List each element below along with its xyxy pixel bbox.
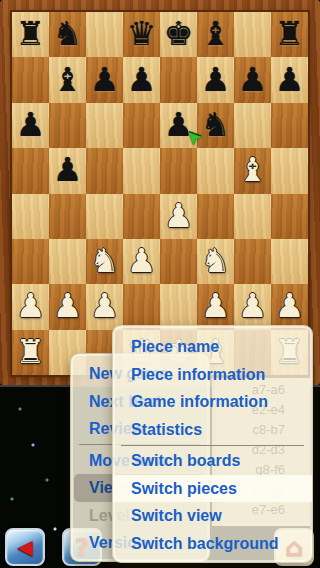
black-pawn: ♟ (127, 63, 157, 96)
square-c5[interactable] (86, 148, 123, 193)
square-d4[interactable] (123, 194, 160, 239)
square-c2[interactable]: ♟ (86, 284, 123, 329)
back-button[interactable]: ◀ (5, 528, 45, 566)
square-g5[interactable]: ♝ (234, 148, 271, 193)
square-h6[interactable] (271, 103, 308, 148)
square-a7[interactable] (12, 57, 49, 102)
square-a5[interactable] (12, 148, 49, 193)
menu-item-statistics[interactable]: Statistics (113, 416, 312, 444)
square-e4[interactable]: ♟ (160, 194, 197, 239)
square-h7[interactable]: ♟ (271, 57, 308, 102)
square-d2[interactable] (123, 284, 160, 329)
black-bishop: ♝ (201, 17, 231, 50)
menu-item-switch-boards[interactable]: Switch boards (113, 447, 312, 475)
square-h5[interactable] (271, 148, 308, 193)
square-g7[interactable]: ♟ (234, 57, 271, 102)
square-b5[interactable]: ♟ (49, 148, 86, 193)
menu-item-game-information[interactable]: Game information (113, 388, 312, 416)
white-pawn: ♟ (90, 289, 120, 322)
square-a2[interactable]: ♟ (12, 284, 49, 329)
white-knight: ♞ (90, 244, 120, 277)
black-king: ♚ (164, 17, 194, 50)
square-c4[interactable] (86, 194, 123, 239)
menu-item-piece-name[interactable]: Piece name (113, 333, 312, 361)
square-g8[interactable] (234, 12, 271, 57)
square-c6[interactable] (86, 103, 123, 148)
white-bishop: ♝ (238, 153, 268, 186)
menu-item-switch-background[interactable]: Switch background (113, 530, 312, 558)
square-a4[interactable] (12, 194, 49, 239)
menu-item-switch-view[interactable]: Switch view (113, 502, 312, 530)
square-h8[interactable]: ♜ (271, 12, 308, 57)
square-f2[interactable]: ♟ (197, 284, 234, 329)
menu-item-switch-pieces[interactable]: Switch pieces (113, 475, 312, 503)
square-f4[interactable] (197, 194, 234, 239)
white-pawn: ♟ (127, 244, 157, 277)
back-arrow-icon: ◀ (17, 537, 32, 557)
chess-board: ♜♞♛♚♝♜♝♟♟♟♟♟♟♟➤♞♟♝♟♞♟♞♟♟♟♟♟♟♜♛♚♝♜ (12, 12, 308, 375)
square-e3[interactable] (160, 239, 197, 284)
square-b3[interactable] (49, 239, 86, 284)
square-f6[interactable]: ♞ (197, 103, 234, 148)
square-d6[interactable] (123, 103, 160, 148)
square-e2[interactable] (160, 284, 197, 329)
square-g4[interactable] (234, 194, 271, 239)
square-d3[interactable]: ♟ (123, 239, 160, 284)
square-b2[interactable]: ♟ (49, 284, 86, 329)
square-a1[interactable]: ♜ (12, 330, 49, 375)
black-pawn: ♟ (16, 108, 46, 141)
square-e6[interactable]: ♟➤ (160, 103, 197, 148)
white-rook: ♜ (16, 335, 46, 368)
black-pawn: ♟ (90, 63, 120, 96)
black-bishop: ♝ (53, 63, 83, 96)
black-rook: ♜ (275, 17, 305, 50)
square-h3[interactable] (271, 239, 308, 284)
square-g6[interactable] (234, 103, 271, 148)
square-a8[interactable]: ♜ (12, 12, 49, 57)
square-b6[interactable] (49, 103, 86, 148)
square-f3[interactable]: ♞ (197, 239, 234, 284)
square-c8[interactable] (86, 12, 123, 57)
white-pawn: ♟ (53, 289, 83, 322)
black-knight: ♞ (53, 17, 83, 50)
square-g2[interactable]: ♟ (234, 284, 271, 329)
square-b8[interactable]: ♞ (49, 12, 86, 57)
black-pawn: ♟ (275, 63, 305, 96)
square-b4[interactable] (49, 194, 86, 239)
black-pawn: ♟ (238, 63, 268, 96)
white-pawn: ♟ (164, 199, 194, 232)
square-e7[interactable] (160, 57, 197, 102)
square-h4[interactable] (271, 194, 308, 239)
square-a3[interactable] (12, 239, 49, 284)
black-pawn: ♟ (201, 63, 231, 96)
white-knight: ♞ (201, 244, 231, 277)
square-f8[interactable]: ♝ (197, 12, 234, 57)
square-a6[interactable]: ♟ (12, 103, 49, 148)
white-pawn: ♟ (16, 289, 46, 322)
square-c3[interactable]: ♞ (86, 239, 123, 284)
black-rook: ♜ (16, 17, 46, 50)
square-d8[interactable]: ♛ (123, 12, 160, 57)
white-pawn: ♟ (238, 289, 268, 322)
square-g3[interactable] (234, 239, 271, 284)
square-f7[interactable]: ♟ (197, 57, 234, 102)
white-pawn: ♟ (201, 289, 231, 322)
square-e8[interactable]: ♚ (160, 12, 197, 57)
square-d5[interactable] (123, 148, 160, 193)
white-pawn: ♟ (275, 289, 305, 322)
black-pawn: ♟ (53, 153, 83, 186)
chess-app-screen: ♜♞♛♚♝♜♝♟♟♟♟♟♟♟➤♞♟♝♟♞♟♞♟♟♟♟♟♟♜♛♚♝♜ ♞ Play… (0, 0, 320, 568)
view-submenu: Piece namePiece informationGame informat… (112, 325, 313, 563)
square-e5[interactable] (160, 148, 197, 193)
black-queen: ♛ (127, 17, 157, 50)
menu-divider (121, 445, 304, 446)
square-d7[interactable]: ♟ (123, 57, 160, 102)
square-c7[interactable]: ♟ (86, 57, 123, 102)
square-b7[interactable]: ♝ (49, 57, 86, 102)
square-f5[interactable] (197, 148, 234, 193)
square-h2[interactable]: ♟ (271, 284, 308, 329)
menu-item-piece-information[interactable]: Piece information (113, 361, 312, 389)
